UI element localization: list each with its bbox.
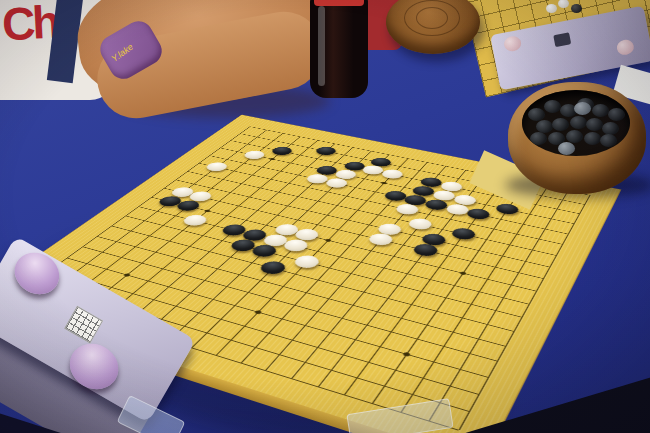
bowl-black-stone	[552, 118, 569, 131]
shirt-logo-text: Ch	[1, 0, 59, 51]
stone-white[interactable]	[291, 254, 323, 271]
bowl-black-stone	[574, 102, 591, 115]
stone-black[interactable]	[257, 259, 290, 276]
stone-white[interactable]	[180, 213, 211, 227]
clock-display	[553, 32, 571, 47]
grid-line	[459, 195, 591, 430]
bowl-black-stone	[608, 108, 625, 121]
bowl-black-stone	[592, 104, 609, 117]
neighbor-white-stone	[546, 4, 557, 13]
stone-black[interactable]	[449, 227, 478, 242]
bowl-black-stone	[602, 122, 619, 135]
bowl-black-stone	[586, 118, 603, 131]
bowl-black-stone	[566, 130, 583, 143]
bowl-opening	[522, 90, 630, 156]
cola-bottle	[310, 0, 368, 98]
bowl-black-stone	[544, 100, 561, 113]
photo-stage: Ch Y.lake	[0, 0, 650, 433]
bowl-black-stone	[530, 132, 547, 145]
bowl-black-stone	[570, 116, 587, 129]
neighbor-black-stone	[571, 4, 582, 13]
stone-white[interactable]	[241, 149, 268, 160]
grid-line	[429, 191, 569, 421]
bowl-black-stone	[558, 142, 575, 155]
stone-bowl	[508, 82, 646, 194]
bowl-black-stone	[528, 108, 545, 121]
stone-black[interactable]	[269, 146, 295, 157]
bottle-highlight	[318, 6, 325, 86]
wristband-text: Y.lake	[110, 42, 135, 64]
stone-black[interactable]	[313, 145, 339, 156]
clock-button[interactable]	[616, 38, 636, 56]
stone-white[interactable]	[406, 217, 435, 231]
clock-button[interactable]	[503, 35, 523, 53]
bowl-black-stone	[600, 134, 617, 147]
stone-white[interactable]	[203, 161, 231, 173]
bowl-black-stone	[584, 132, 601, 145]
